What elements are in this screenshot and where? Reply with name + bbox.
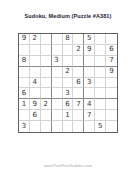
sudoku-cell-r2c6: 2	[73, 45, 84, 56]
sudoku-cell-r9c2	[30, 121, 41, 132]
sudoku-cell-r3c4: 3	[52, 56, 63, 67]
sudoku-cell-r4c9: 9	[106, 67, 117, 78]
sudoku-cell-r8c1	[19, 110, 30, 121]
sudoku-cell-r4c1	[19, 67, 30, 78]
sudoku-cell-r2c5	[63, 45, 74, 56]
sudoku-cell-r4c7	[84, 67, 95, 78]
sudoku-cell-r1c5: 8	[63, 34, 74, 45]
sudoku-cell-r6c1: 6	[19, 88, 30, 99]
footer-url[interactable]: www.PrintFreeSudoku.com	[0, 163, 136, 168]
sudoku-cell-r2c9: 6	[106, 45, 117, 56]
sudoku-cell-r5c3	[41, 78, 52, 89]
sudoku-cell-r5c4	[52, 78, 63, 89]
sudoku-cell-r6c8	[95, 88, 106, 99]
sudoku-cell-r7c2: 9	[30, 99, 41, 110]
sudoku-cell-r8c3	[41, 110, 52, 121]
sudoku-cell-r6c5: 3	[63, 88, 74, 99]
sudoku-cell-r4c5: 2	[63, 67, 74, 78]
sudoku-cell-r9c5	[63, 121, 74, 132]
sudoku-cell-r8c2: 6	[30, 110, 41, 121]
sudoku-cell-r8c9	[106, 110, 117, 121]
sudoku-cell-r2c3	[41, 45, 52, 56]
sudoku-cell-r1c2: 2	[30, 34, 41, 45]
sudoku-cell-r5c2: 4	[30, 78, 41, 89]
sudoku-cell-r2c1	[19, 45, 30, 56]
puzzle-title: Sudoku, Medium (Puzzle #A381)	[0, 13, 136, 19]
sudoku-cell-r6c4	[52, 88, 63, 99]
sudoku-cell-r2c8	[95, 45, 106, 56]
sudoku-cell-r8c8	[95, 110, 106, 121]
sudoku-cell-r9c4	[52, 121, 63, 132]
sudoku-cell-r3c6	[73, 56, 84, 67]
sudoku-cell-r8c4	[52, 110, 63, 121]
sudoku-cell-r3c8	[95, 56, 106, 67]
sudoku-cell-r8c7: 7	[84, 110, 95, 121]
sudoku-cell-r1c1: 9	[19, 34, 30, 45]
sudoku-cell-r4c8	[95, 67, 106, 78]
sudoku-cell-r4c6	[73, 67, 84, 78]
sudoku-cell-r8c5: 1	[63, 110, 74, 121]
sudoku-cell-r6c6	[73, 88, 84, 99]
printable-sudoku-page: Sudoku, Medium (Puzzle #A381) 9285296837…	[0, 0, 136, 176]
sudoku-cell-r3c5	[63, 56, 74, 67]
sudoku-cell-r1c3	[41, 34, 52, 45]
sudoku-cell-r5c9	[106, 78, 117, 89]
sudoku-cell-r5c8	[95, 78, 106, 89]
sudoku-cell-r9c6	[73, 121, 84, 132]
sudoku-cell-r5c5	[63, 78, 74, 89]
sudoku-cell-r5c6: 6	[73, 78, 84, 89]
sudoku-cell-r7c3: 2	[41, 99, 52, 110]
sudoku-cell-r3c1: 8	[19, 56, 30, 67]
sudoku-cell-r7c1: 1	[19, 99, 30, 110]
sudoku-cell-r7c6: 7	[73, 99, 84, 110]
sudoku-cell-r9c3	[41, 121, 52, 132]
sudoku-cell-r2c7: 9	[84, 45, 95, 56]
sudoku-cell-r1c8	[95, 34, 106, 45]
sudoku-cell-r2c2	[30, 45, 41, 56]
sudoku-cell-r9c7	[84, 121, 95, 132]
sudoku-cell-r6c2	[30, 88, 41, 99]
sudoku-cell-r7c4	[52, 99, 63, 110]
sudoku-cell-r3c9: 7	[106, 56, 117, 67]
sudoku-board: 9285296837294636319267461735	[18, 33, 118, 133]
sudoku-cell-r9c9	[106, 121, 117, 132]
sudoku-cell-r3c2	[30, 56, 41, 67]
sudoku-cell-r8c6	[73, 110, 84, 121]
sudoku-cell-r1c7: 5	[84, 34, 95, 45]
sudoku-cell-r4c4	[52, 67, 63, 78]
sudoku-cell-r7c8	[95, 99, 106, 110]
sudoku-cell-r4c2	[30, 67, 41, 78]
sudoku-cell-r5c7: 3	[84, 78, 95, 89]
sudoku-cell-r6c9	[106, 88, 117, 99]
sudoku-cell-r9c8: 5	[95, 121, 106, 132]
sudoku-cell-r2c4	[52, 45, 63, 56]
sudoku-cell-r6c3	[41, 88, 52, 99]
sudoku-cell-r9c1: 3	[19, 121, 30, 132]
sudoku-cell-r7c7: 4	[84, 99, 95, 110]
sudoku-cell-r1c9	[106, 34, 117, 45]
sudoku-cell-r3c7	[84, 56, 95, 67]
sudoku-cell-r7c5: 6	[63, 99, 74, 110]
sudoku-cell-r5c1	[19, 78, 30, 89]
sudoku-cell-r1c6	[73, 34, 84, 45]
sudoku-cell-r4c3	[41, 67, 52, 78]
sudoku-cell-r7c9	[106, 99, 117, 110]
sudoku-cell-r3c3	[41, 56, 52, 67]
sudoku-cell-r6c7	[84, 88, 95, 99]
sudoku-cell-r1c4	[52, 34, 63, 45]
